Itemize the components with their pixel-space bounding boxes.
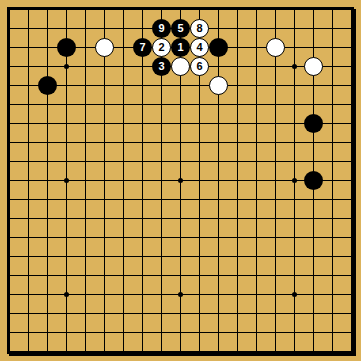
stone-white-P17: [266, 38, 285, 57]
stone-black-M17: [209, 38, 228, 57]
stone-black-D17: [57, 38, 76, 57]
stones-layer: 123456789: [0, 0, 361, 361]
stone-white-R16: [304, 57, 323, 76]
stone-white-move-2: 2: [152, 38, 171, 57]
stone-white-move-4: 4: [190, 38, 209, 57]
stone-white-M15: [209, 76, 228, 95]
go-board: 123456789: [0, 0, 361, 361]
stone-black-R13: [304, 114, 323, 133]
stone-white-K16: [171, 57, 190, 76]
stone-black-move-7: 7: [133, 38, 152, 57]
stone-white-F17: [95, 38, 114, 57]
stone-black-C15: [38, 76, 57, 95]
stone-black-R10: [304, 171, 323, 190]
stone-black-move-3: 3: [152, 57, 171, 76]
stone-black-move-1: 1: [171, 38, 190, 57]
stone-white-move-8: 8: [190, 19, 209, 38]
stone-black-move-9: 9: [152, 19, 171, 38]
stone-black-move-5: 5: [171, 19, 190, 38]
stone-white-move-6: 6: [190, 57, 209, 76]
